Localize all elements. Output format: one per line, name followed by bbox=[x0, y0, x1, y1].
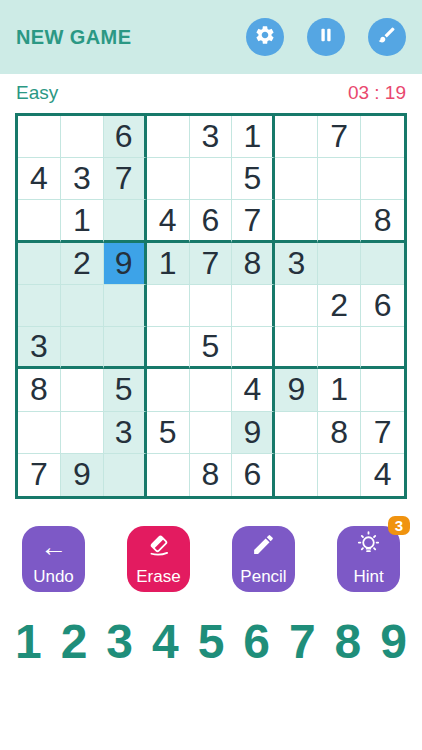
cell-r7c3[interactable]: 5 bbox=[104, 369, 147, 411]
cell-r3c3[interactable] bbox=[104, 200, 147, 242]
undo-arrow-icon: ← bbox=[40, 534, 67, 560]
cell-r1c5[interactable]: 3 bbox=[190, 116, 233, 158]
cell-r4c8[interactable] bbox=[318, 243, 361, 285]
cell-r2c5[interactable] bbox=[190, 158, 233, 200]
status-row: Easy 03 : 19 bbox=[0, 74, 422, 112]
cell-r8c6[interactable]: 9 bbox=[232, 412, 275, 454]
cell-r7c8[interactable]: 1 bbox=[318, 369, 361, 411]
cell-r2c7[interactable] bbox=[275, 158, 318, 200]
theme-brush-icon bbox=[377, 25, 397, 49]
cell-r8c1[interactable] bbox=[18, 412, 61, 454]
cell-r7c4[interactable] bbox=[147, 369, 190, 411]
pause-icon bbox=[316, 25, 336, 49]
cell-r6c8[interactable] bbox=[318, 327, 361, 369]
pencil-icon bbox=[251, 532, 276, 561]
cell-r9c9[interactable]: 4 bbox=[361, 454, 404, 496]
cell-r1c4[interactable] bbox=[147, 116, 190, 158]
cell-r8c7[interactable] bbox=[275, 412, 318, 454]
cell-r3c8[interactable] bbox=[318, 200, 361, 242]
number-pad: 123456789 bbox=[0, 614, 422, 670]
cell-r4c5[interactable]: 7 bbox=[190, 243, 233, 285]
cell-r7c7[interactable]: 9 bbox=[275, 369, 318, 411]
cell-r6c5[interactable]: 5 bbox=[190, 327, 233, 369]
cell-r5c9[interactable]: 6 bbox=[361, 285, 404, 327]
cell-r1c3[interactable]: 6 bbox=[104, 116, 147, 158]
cell-r9c2[interactable]: 9 bbox=[61, 454, 104, 496]
cell-r3c5[interactable]: 6 bbox=[190, 200, 233, 242]
undo-label: Undo bbox=[33, 567, 74, 587]
cell-r6c4[interactable] bbox=[147, 327, 190, 369]
cell-r2c1[interactable]: 4 bbox=[18, 158, 61, 200]
cell-r5c8[interactable]: 2 bbox=[318, 285, 361, 327]
cell-r5c1[interactable] bbox=[18, 285, 61, 327]
cell-r5c2[interactable] bbox=[61, 285, 104, 327]
cell-r6c6[interactable] bbox=[232, 327, 275, 369]
cell-r8c4[interactable]: 5 bbox=[147, 412, 190, 454]
cell-r5c6[interactable] bbox=[232, 285, 275, 327]
sudoku-board: 63174375146782917832635854913598779864 bbox=[15, 113, 407, 499]
cell-r5c4[interactable] bbox=[147, 285, 190, 327]
cell-r7c2[interactable] bbox=[61, 369, 104, 411]
hint-button[interactable]: 3 Hint bbox=[337, 526, 400, 592]
cell-r3c4[interactable]: 4 bbox=[147, 200, 190, 242]
cell-r4c3[interactable]: 9 bbox=[104, 243, 147, 285]
cell-r4c7[interactable]: 3 bbox=[275, 243, 318, 285]
numpad-1[interactable]: 1 bbox=[15, 614, 42, 670]
numpad-3[interactable]: 3 bbox=[106, 614, 133, 670]
cell-r9c7[interactable] bbox=[275, 454, 318, 496]
cell-r3c2[interactable]: 1 bbox=[61, 200, 104, 242]
numpad-7[interactable]: 7 bbox=[289, 614, 316, 670]
difficulty-label: Easy bbox=[16, 82, 58, 104]
undo-button[interactable]: ← Undo bbox=[22, 526, 85, 592]
cell-r8c9[interactable]: 7 bbox=[361, 412, 404, 454]
pencil-button[interactable]: Pencil bbox=[232, 526, 295, 592]
theme-button[interactable] bbox=[368, 18, 406, 56]
cell-r2c4[interactable] bbox=[147, 158, 190, 200]
cell-r2c3[interactable]: 7 bbox=[104, 158, 147, 200]
cell-r2c2[interactable]: 3 bbox=[61, 158, 104, 200]
pause-button[interactable] bbox=[307, 18, 345, 56]
cell-r5c3[interactable] bbox=[104, 285, 147, 327]
cell-r9c1[interactable]: 7 bbox=[18, 454, 61, 496]
cell-r7c9[interactable] bbox=[361, 369, 404, 411]
cell-r9c8[interactable] bbox=[318, 454, 361, 496]
numpad-2[interactable]: 2 bbox=[61, 614, 88, 670]
erase-button[interactable]: Erase bbox=[127, 526, 190, 592]
cell-r4c9[interactable] bbox=[361, 243, 404, 285]
cell-r7c1[interactable]: 8 bbox=[18, 369, 61, 411]
cell-r8c5[interactable] bbox=[190, 412, 233, 454]
cell-r3c9[interactable]: 8 bbox=[361, 200, 404, 242]
cell-r1c7[interactable] bbox=[275, 116, 318, 158]
page-title: NEW GAME bbox=[16, 26, 131, 49]
settings-button[interactable] bbox=[246, 18, 284, 56]
cell-r2c8[interactable] bbox=[318, 158, 361, 200]
hint-label: Hint bbox=[353, 567, 383, 587]
eraser-icon bbox=[145, 531, 173, 563]
cell-r5c7[interactable] bbox=[275, 285, 318, 327]
erase-label: Erase bbox=[136, 567, 180, 587]
header-bar: NEW GAME bbox=[0, 0, 422, 74]
cell-r2c6[interactable]: 5 bbox=[232, 158, 275, 200]
cell-r7c6[interactable]: 4 bbox=[232, 369, 275, 411]
numpad-6[interactable]: 6 bbox=[243, 614, 270, 670]
cell-r3c6[interactable]: 7 bbox=[232, 200, 275, 242]
numpad-8[interactable]: 8 bbox=[335, 614, 362, 670]
settings-icon bbox=[254, 24, 276, 50]
cell-r4c4[interactable]: 1 bbox=[147, 243, 190, 285]
cell-r9c3[interactable] bbox=[104, 454, 147, 496]
numpad-9[interactable]: 9 bbox=[380, 614, 407, 670]
numpad-5[interactable]: 5 bbox=[198, 614, 225, 670]
cell-r6c3[interactable] bbox=[104, 327, 147, 369]
cell-r7c5[interactable] bbox=[190, 369, 233, 411]
cell-r9c6[interactable]: 6 bbox=[232, 454, 275, 496]
lightbulb-icon bbox=[353, 529, 384, 564]
cell-r4c1[interactable] bbox=[18, 243, 61, 285]
cell-r9c5[interactable]: 8 bbox=[190, 454, 233, 496]
timer: 03 : 19 bbox=[348, 82, 406, 104]
cell-r4c6[interactable]: 8 bbox=[232, 243, 275, 285]
cell-r9c4[interactable] bbox=[147, 454, 190, 496]
action-bar: ← Undo Erase Pencil 3 bbox=[0, 526, 422, 592]
cell-r1c8[interactable]: 7 bbox=[318, 116, 361, 158]
cell-r1c9[interactable] bbox=[361, 116, 404, 158]
cell-r6c2[interactable] bbox=[61, 327, 104, 369]
cell-r5c5[interactable] bbox=[190, 285, 233, 327]
cell-r3c7[interactable] bbox=[275, 200, 318, 242]
cell-r4c2[interactable]: 2 bbox=[61, 243, 104, 285]
cell-r6c1[interactable]: 3 bbox=[18, 327, 61, 369]
cell-r2c9[interactable] bbox=[361, 158, 404, 200]
cell-r6c9[interactable] bbox=[361, 327, 404, 369]
cell-r1c1[interactable] bbox=[18, 116, 61, 158]
cell-r6c7[interactable] bbox=[275, 327, 318, 369]
cell-r3c1[interactable] bbox=[18, 200, 61, 242]
hint-count-badge: 3 bbox=[388, 516, 410, 535]
cell-r8c8[interactable]: 8 bbox=[318, 412, 361, 454]
cell-r8c2[interactable] bbox=[61, 412, 104, 454]
cell-r1c6[interactable]: 1 bbox=[232, 116, 275, 158]
cell-r8c3[interactable]: 3 bbox=[104, 412, 147, 454]
header-buttons bbox=[246, 18, 406, 56]
cell-r1c2[interactable] bbox=[61, 116, 104, 158]
pencil-label: Pencil bbox=[240, 567, 286, 587]
numpad-4[interactable]: 4 bbox=[152, 614, 179, 670]
